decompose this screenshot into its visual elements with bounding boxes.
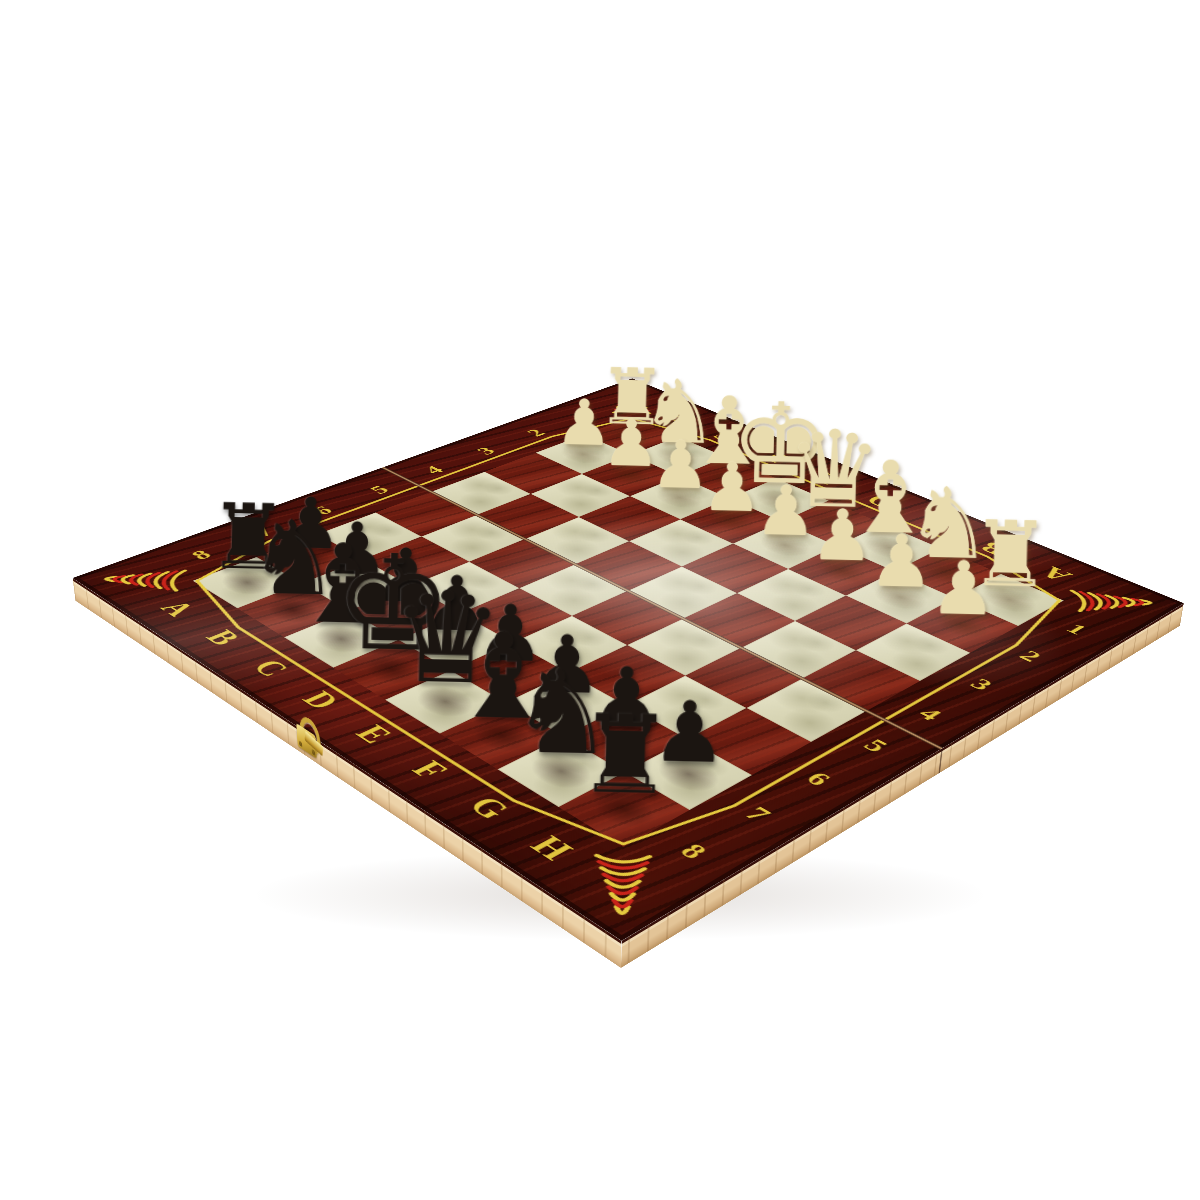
piece-shadow xyxy=(581,784,668,834)
piece-shadow xyxy=(519,748,603,795)
piece-shadow xyxy=(925,607,1000,643)
piece-shadow xyxy=(471,652,548,692)
piece-shadow xyxy=(406,680,485,722)
chess-set-photo: AHBGCFDEEDFCGBHA1122334455667788 ♜♞♝♚♛♝♞… xyxy=(0,0,1200,1200)
piece-shadow xyxy=(585,716,667,761)
perspective-viewport: AHBGCFDEEDFCGBHA1122334455667788 ♜♞♝♚♛♝♞… xyxy=(0,0,1200,1200)
piece-shadow xyxy=(526,683,605,725)
chess-board: AHBGCFDEEDFCGBHA1122334455667788 ♜♞♝♚♛♝♞… xyxy=(73,378,1184,940)
piece-shadow xyxy=(646,750,730,797)
piece-shadow xyxy=(461,713,542,757)
piece-shadow xyxy=(418,622,493,660)
